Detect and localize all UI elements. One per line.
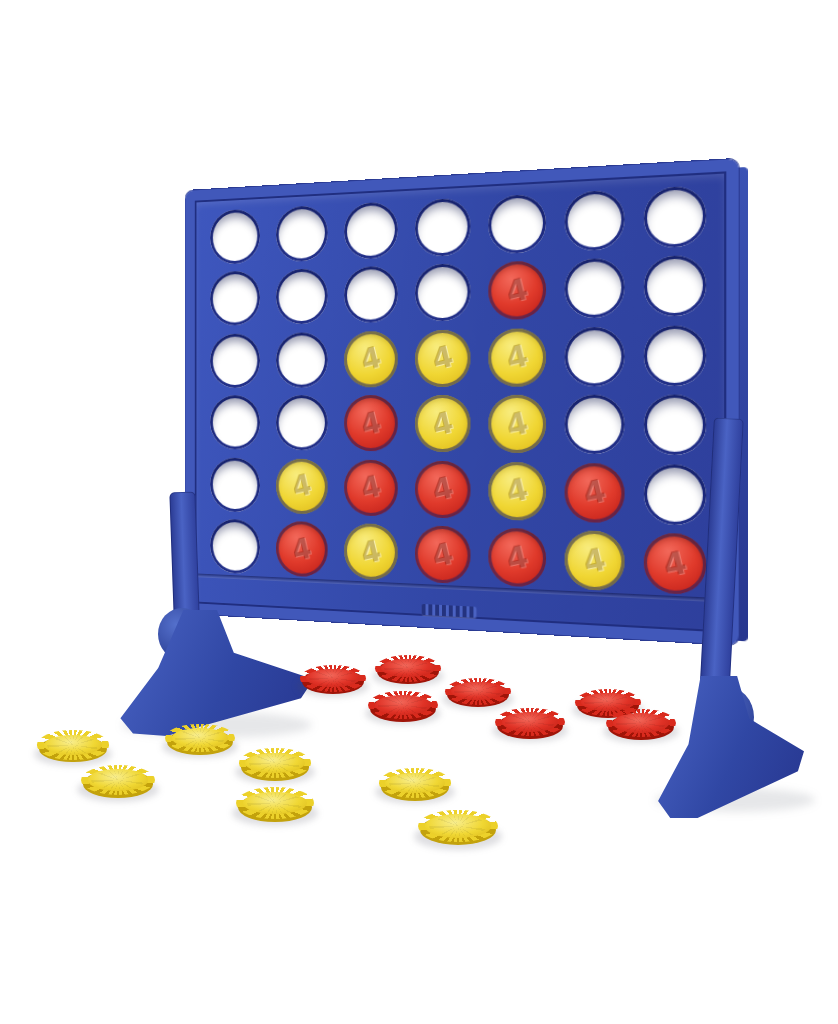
- disc-face: [613, 713, 670, 733]
- loose-red-disc-2[interactable]: [375, 655, 441, 682]
- loose-discs-area: [0, 0, 838, 1024]
- loose-red-disc-3[interactable]: [368, 691, 437, 719]
- product-photo-scene: 444444444444444444: [0, 0, 838, 1024]
- disc-face: [172, 728, 229, 748]
- loose-yellow-disc-4[interactable]: [239, 748, 312, 778]
- disc-face: [88, 769, 149, 790]
- loose-yellow-disc-1[interactable]: [37, 730, 108, 759]
- disc-face: [425, 814, 491, 837]
- loose-red-disc-1[interactable]: [300, 665, 366, 692]
- disc-face: [243, 792, 307, 814]
- loose-red-disc-7[interactable]: [606, 709, 675, 737]
- loose-yellow-disc-5[interactable]: [236, 787, 314, 819]
- loose-yellow-disc-7[interactable]: [418, 810, 499, 843]
- disc-face: [385, 773, 445, 794]
- disc-face: [245, 753, 305, 774]
- disc-face: [502, 712, 559, 732]
- loose-yellow-disc-2[interactable]: [81, 765, 155, 795]
- disc-face: [44, 735, 102, 755]
- loose-red-disc-5[interactable]: [495, 708, 564, 736]
- disc-face: [375, 695, 432, 715]
- loose-yellow-disc-6[interactable]: [379, 768, 452, 798]
- loose-red-disc-4[interactable]: [445, 678, 511, 705]
- loose-yellow-disc-3[interactable]: [165, 724, 234, 752]
